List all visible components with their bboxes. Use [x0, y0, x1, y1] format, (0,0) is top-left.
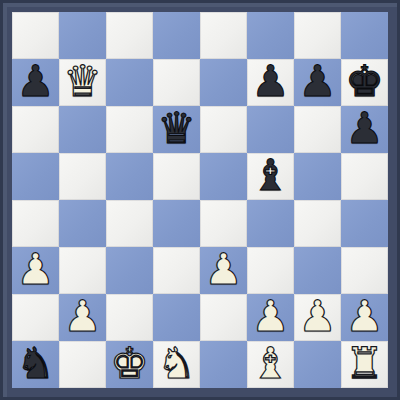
- square-h5[interactable]: [341, 153, 388, 200]
- piece-white-pawn-a3[interactable]: ♟: [16, 248, 55, 291]
- piece-black-pawn-g7[interactable]: ♟: [298, 60, 337, 103]
- square-d2[interactable]: [153, 294, 200, 341]
- square-c3[interactable]: [106, 247, 153, 294]
- square-h8[interactable]: [341, 12, 388, 59]
- board-frame: ♟♛♟♟♚♛♟♝♟♟♟♟♟♟♞♚♞♝♜: [0, 0, 400, 400]
- piece-black-pawn-h6[interactable]: ♟: [345, 107, 384, 150]
- square-g7[interactable]: ♟: [294, 59, 341, 106]
- square-h2[interactable]: ♟: [341, 294, 388, 341]
- piece-white-knight-d1[interactable]: ♞: [157, 342, 196, 385]
- square-b4[interactable]: [59, 200, 106, 247]
- square-f3[interactable]: [247, 247, 294, 294]
- square-a4[interactable]: [12, 200, 59, 247]
- square-a6[interactable]: [12, 106, 59, 153]
- square-b5[interactable]: [59, 153, 106, 200]
- square-b7[interactable]: ♛: [59, 59, 106, 106]
- square-h7[interactable]: ♚: [341, 59, 388, 106]
- square-a1[interactable]: ♞: [12, 341, 59, 388]
- square-e2[interactable]: [200, 294, 247, 341]
- piece-black-pawn-f7[interactable]: ♟: [251, 60, 290, 103]
- piece-white-pawn-e3[interactable]: ♟: [204, 248, 243, 291]
- square-d3[interactable]: [153, 247, 200, 294]
- square-g6[interactable]: [294, 106, 341, 153]
- piece-white-pawn-b2[interactable]: ♟: [63, 295, 102, 338]
- square-e6[interactable]: [200, 106, 247, 153]
- piece-white-pawn-f2[interactable]: ♟: [251, 295, 290, 338]
- square-b1[interactable]: [59, 341, 106, 388]
- square-b2[interactable]: ♟: [59, 294, 106, 341]
- square-e1[interactable]: [200, 341, 247, 388]
- square-d7[interactable]: [153, 59, 200, 106]
- piece-black-pawn-a7[interactable]: ♟: [16, 60, 55, 103]
- square-f8[interactable]: [247, 12, 294, 59]
- piece-white-king-c1[interactable]: ♚: [110, 342, 149, 385]
- piece-black-king-h7[interactable]: ♚: [345, 60, 384, 103]
- square-c6[interactable]: [106, 106, 153, 153]
- chess-board: ♟♛♟♟♚♛♟♝♟♟♟♟♟♟♞♚♞♝♜: [12, 12, 388, 388]
- square-g5[interactable]: [294, 153, 341, 200]
- piece-black-queen-d6[interactable]: ♛: [157, 107, 196, 150]
- piece-white-bishop-f1[interactable]: ♝: [251, 342, 290, 385]
- piece-white-rook-h1[interactable]: ♜: [345, 342, 384, 385]
- square-a7[interactable]: ♟: [12, 59, 59, 106]
- square-b6[interactable]: [59, 106, 106, 153]
- square-d8[interactable]: [153, 12, 200, 59]
- square-d1[interactable]: ♞: [153, 341, 200, 388]
- square-c7[interactable]: [106, 59, 153, 106]
- square-e3[interactable]: ♟: [200, 247, 247, 294]
- square-e4[interactable]: [200, 200, 247, 247]
- square-h1[interactable]: ♜: [341, 341, 388, 388]
- square-f1[interactable]: ♝: [247, 341, 294, 388]
- square-c8[interactable]: [106, 12, 153, 59]
- square-f5[interactable]: ♝: [247, 153, 294, 200]
- square-d5[interactable]: [153, 153, 200, 200]
- square-g3[interactable]: [294, 247, 341, 294]
- square-c2[interactable]: [106, 294, 153, 341]
- piece-black-bishop-f5[interactable]: ♝: [251, 154, 290, 197]
- square-b8[interactable]: [59, 12, 106, 59]
- square-a8[interactable]: [12, 12, 59, 59]
- square-d6[interactable]: ♛: [153, 106, 200, 153]
- square-e7[interactable]: [200, 59, 247, 106]
- square-a5[interactable]: [12, 153, 59, 200]
- square-c5[interactable]: [106, 153, 153, 200]
- chess-diagram: ♟♛♟♟♚♛♟♝♟♟♟♟♟♟♞♚♞♝♜: [0, 0, 400, 400]
- piece-white-pawn-g2[interactable]: ♟: [298, 295, 337, 338]
- square-f7[interactable]: ♟: [247, 59, 294, 106]
- square-h6[interactable]: ♟: [341, 106, 388, 153]
- square-f2[interactable]: ♟: [247, 294, 294, 341]
- square-h3[interactable]: [341, 247, 388, 294]
- piece-white-pawn-h2[interactable]: ♟: [345, 295, 384, 338]
- square-b3[interactable]: [59, 247, 106, 294]
- square-f4[interactable]: [247, 200, 294, 247]
- piece-white-queen-b7[interactable]: ♛: [63, 60, 102, 103]
- square-e8[interactable]: [200, 12, 247, 59]
- square-e5[interactable]: [200, 153, 247, 200]
- square-a3[interactable]: ♟: [12, 247, 59, 294]
- square-c4[interactable]: [106, 200, 153, 247]
- square-a2[interactable]: [12, 294, 59, 341]
- piece-black-knight-a1[interactable]: ♞: [16, 342, 55, 385]
- square-g8[interactable]: [294, 12, 341, 59]
- square-h4[interactable]: [341, 200, 388, 247]
- square-c1[interactable]: ♚: [106, 341, 153, 388]
- square-f6[interactable]: [247, 106, 294, 153]
- square-g1[interactable]: [294, 341, 341, 388]
- square-g2[interactable]: ♟: [294, 294, 341, 341]
- square-d4[interactable]: [153, 200, 200, 247]
- square-g4[interactable]: [294, 200, 341, 247]
